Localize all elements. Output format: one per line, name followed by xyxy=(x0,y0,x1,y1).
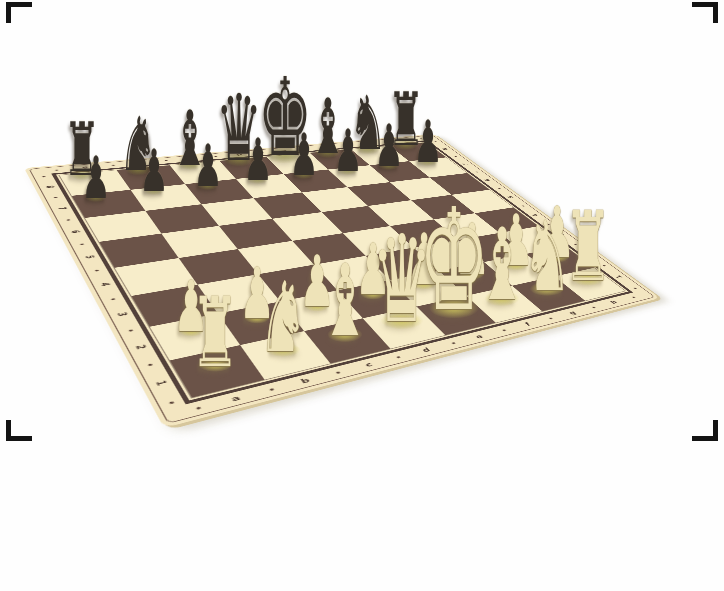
crop-mark-bottom-left xyxy=(6,420,32,441)
black-pawn-f7: ♟ xyxy=(333,121,363,180)
black-pawn-g7: ♟ xyxy=(374,117,404,176)
white-queen-d1: ♛ xyxy=(372,220,433,340)
black-pawn-c7: ♟ xyxy=(193,136,223,195)
white-knight-g1: ♞ xyxy=(522,207,571,304)
crop-mark-top-left xyxy=(6,2,32,23)
black-pawn-b7: ♟ xyxy=(139,142,169,201)
black-pawn-d7: ♟ xyxy=(243,131,273,190)
crop-mark-bottom-right xyxy=(692,420,718,441)
white-rook-a1: ♜ xyxy=(191,285,240,381)
black-pawn-h7: ♟ xyxy=(413,113,443,172)
crop-mark-top-right xyxy=(692,2,718,23)
black-pawn-a7: ♟ xyxy=(82,148,112,207)
product-photo-stage: aa11bb22cc33dd44ee55ff66gg77hh88 ♜♞♝♛♚♝♞… xyxy=(0,0,724,591)
border-tick-dot xyxy=(454,156,456,157)
white-knight-b1: ♞ xyxy=(258,268,307,365)
white-bishop-c1: ♝ xyxy=(320,252,370,351)
black-pawn-e7: ♟ xyxy=(290,126,320,185)
